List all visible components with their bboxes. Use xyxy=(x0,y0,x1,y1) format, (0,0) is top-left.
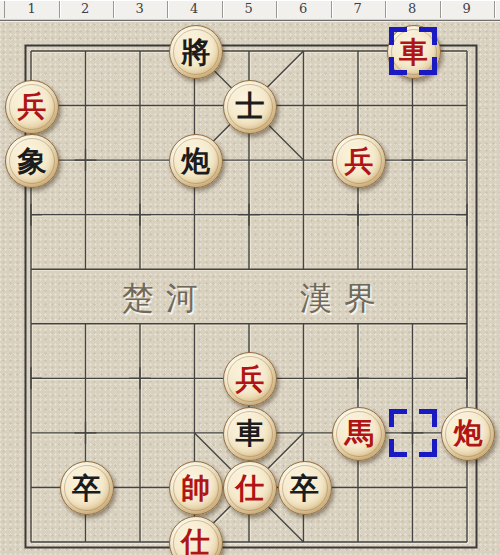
piece-glyph: 炮 xyxy=(454,419,483,448)
ruler-label: 8 xyxy=(385,1,441,18)
piece-glyph: 仕 xyxy=(236,474,265,503)
ruler-label: 9 xyxy=(440,1,496,18)
piece-glyph: 卒 xyxy=(72,474,101,503)
piece-red-general[interactable]: 帥 xyxy=(169,461,223,515)
piece-glyph: 兵 xyxy=(18,92,47,121)
ruler-label: 5 xyxy=(222,1,278,18)
ruler-label: 1 xyxy=(4,1,61,18)
xiangqi-board[interactable]: 楚河 漢界 將車兵士象炮兵兵車馬炮卒帥仕卒仕 xyxy=(0,20,500,555)
piece-glyph: 仕 xyxy=(181,528,210,555)
piece-glyph: 車 xyxy=(236,419,265,448)
piece-red-cannon[interactable]: 炮 xyxy=(441,407,495,461)
piece-glyph: 馬 xyxy=(345,419,374,448)
piece-red-horse[interactable]: 馬 xyxy=(332,407,386,461)
piece-black-advisor[interactable]: 士 xyxy=(223,80,277,134)
ruler-label: 3 xyxy=(113,1,169,18)
piece-black-general[interactable]: 將 xyxy=(169,25,223,79)
piece-black-chariot[interactable]: 車 xyxy=(223,407,277,461)
piece-glyph: 卒 xyxy=(290,474,319,503)
piece-black-cannon[interactable]: 炮 xyxy=(169,134,223,188)
xiangqi-app: 123456789 楚河 漢界 將車兵士象炮兵兵車馬炮卒帥仕卒仕 xyxy=(0,0,500,555)
piece-glyph: 將 xyxy=(181,38,210,67)
piece-glyph: 兵 xyxy=(236,365,265,394)
piece-glyph: 兵 xyxy=(345,147,374,176)
piece-red-soldier[interactable]: 兵 xyxy=(5,80,59,134)
piece-glyph: 象 xyxy=(18,147,47,176)
piece-glyph: 帥 xyxy=(181,474,210,503)
piece-black-soldier[interactable]: 卒 xyxy=(278,461,332,515)
ruler-label: 6 xyxy=(276,1,332,18)
piece-red-soldier[interactable]: 兵 xyxy=(223,352,277,406)
ruler-label: 4 xyxy=(167,1,223,18)
piece-glyph: 炮 xyxy=(181,147,210,176)
piece-red-chariot[interactable]: 車 xyxy=(387,25,441,79)
piece-glyph: 士 xyxy=(236,92,265,121)
piece-red-soldier[interactable]: 兵 xyxy=(332,134,386,188)
ruler-label: 2 xyxy=(58,1,114,18)
column-ruler: 123456789 xyxy=(0,0,500,21)
piece-glyph: 車 xyxy=(399,38,428,67)
piece-black-elephant[interactable]: 象 xyxy=(5,134,59,188)
piece-black-soldier[interactable]: 卒 xyxy=(60,461,114,515)
ruler-label: 7 xyxy=(331,1,387,18)
